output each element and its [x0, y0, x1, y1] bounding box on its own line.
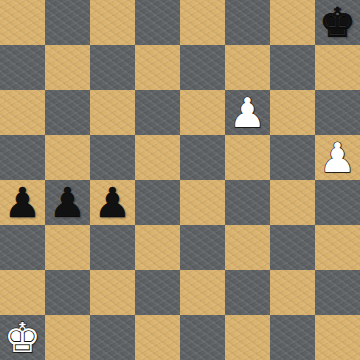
square-c5[interactable]: [90, 135, 135, 180]
square-c2[interactable]: [90, 270, 135, 315]
chess-board: ♚♟♟♟♟♟♚: [0, 0, 360, 360]
square-a4[interactable]: ♟: [0, 180, 45, 225]
square-f1[interactable]: [225, 315, 270, 360]
square-d1[interactable]: [135, 315, 180, 360]
square-h1[interactable]: [315, 315, 360, 360]
square-e3[interactable]: [180, 225, 225, 270]
square-d3[interactable]: [135, 225, 180, 270]
square-c3[interactable]: [90, 225, 135, 270]
square-d4[interactable]: [135, 180, 180, 225]
black-pawn[interactable]: ♟: [94, 181, 131, 226]
square-b1[interactable]: [45, 315, 90, 360]
square-g4[interactable]: [270, 180, 315, 225]
square-h7[interactable]: [315, 45, 360, 90]
square-a3[interactable]: [0, 225, 45, 270]
square-g8[interactable]: [270, 0, 315, 45]
square-b7[interactable]: [45, 45, 90, 90]
square-h5[interactable]: ♟: [315, 135, 360, 180]
white-king[interactable]: ♚: [4, 316, 41, 360]
square-c4[interactable]: ♟: [90, 180, 135, 225]
square-a1[interactable]: ♚: [0, 315, 45, 360]
square-e5[interactable]: [180, 135, 225, 180]
square-g5[interactable]: [270, 135, 315, 180]
square-b3[interactable]: [45, 225, 90, 270]
square-e1[interactable]: [180, 315, 225, 360]
square-d2[interactable]: [135, 270, 180, 315]
square-e2[interactable]: [180, 270, 225, 315]
square-f7[interactable]: [225, 45, 270, 90]
square-g2[interactable]: [270, 270, 315, 315]
square-g7[interactable]: [270, 45, 315, 90]
square-d8[interactable]: [135, 0, 180, 45]
square-d5[interactable]: [135, 135, 180, 180]
square-e8[interactable]: [180, 0, 225, 45]
square-a5[interactable]: [0, 135, 45, 180]
square-h4[interactable]: [315, 180, 360, 225]
square-h3[interactable]: [315, 225, 360, 270]
square-h6[interactable]: [315, 90, 360, 135]
square-e6[interactable]: [180, 90, 225, 135]
square-b6[interactable]: [45, 90, 90, 135]
black-king[interactable]: ♚: [319, 1, 356, 46]
square-f8[interactable]: [225, 0, 270, 45]
square-f5[interactable]: [225, 135, 270, 180]
square-c6[interactable]: [90, 90, 135, 135]
square-c8[interactable]: [90, 0, 135, 45]
square-f4[interactable]: [225, 180, 270, 225]
square-g6[interactable]: [270, 90, 315, 135]
square-g3[interactable]: [270, 225, 315, 270]
square-h2[interactable]: [315, 270, 360, 315]
square-b8[interactable]: [45, 0, 90, 45]
square-a2[interactable]: [0, 270, 45, 315]
square-f2[interactable]: [225, 270, 270, 315]
square-b4[interactable]: ♟: [45, 180, 90, 225]
black-pawn[interactable]: ♟: [49, 181, 86, 226]
square-c1[interactable]: [90, 315, 135, 360]
square-h8[interactable]: ♚: [315, 0, 360, 45]
square-f3[interactable]: [225, 225, 270, 270]
square-a7[interactable]: [0, 45, 45, 90]
square-f6[interactable]: ♟: [225, 90, 270, 135]
square-d7[interactable]: [135, 45, 180, 90]
square-d6[interactable]: [135, 90, 180, 135]
black-pawn[interactable]: ♟: [4, 181, 41, 226]
square-b2[interactable]: [45, 270, 90, 315]
white-pawn[interactable]: ♟: [319, 136, 356, 181]
square-b5[interactable]: [45, 135, 90, 180]
square-g1[interactable]: [270, 315, 315, 360]
square-e4[interactable]: [180, 180, 225, 225]
square-a8[interactable]: [0, 0, 45, 45]
square-c7[interactable]: [90, 45, 135, 90]
white-pawn[interactable]: ♟: [229, 91, 266, 136]
square-a6[interactable]: [0, 90, 45, 135]
square-e7[interactable]: [180, 45, 225, 90]
